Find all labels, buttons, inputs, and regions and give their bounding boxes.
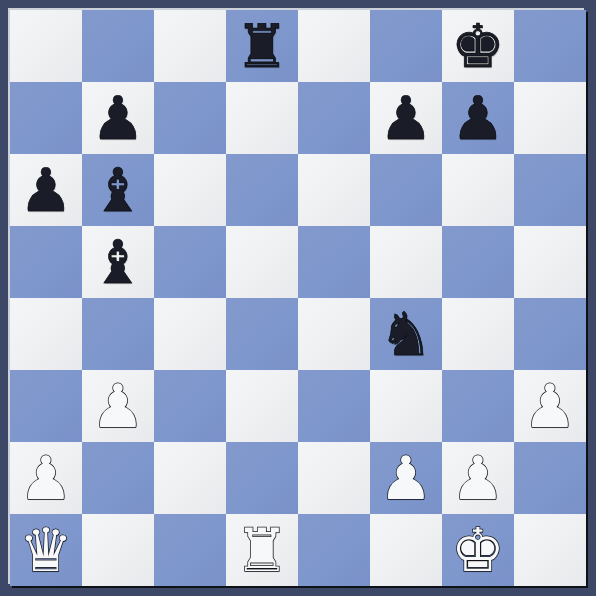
square-g1[interactable]: ♚ xyxy=(442,514,514,586)
piece-black-pawn-g7[interactable]: ♟ xyxy=(442,82,514,154)
piece-white-pawn-h3[interactable]: ♟ xyxy=(514,370,586,442)
square-g8[interactable]: ♚ xyxy=(442,10,514,82)
square-h2[interactable] xyxy=(514,442,586,514)
square-g2[interactable]: ♟ xyxy=(442,442,514,514)
square-a2[interactable]: ♟ xyxy=(10,442,82,514)
board-frame: ♜♚♟♟♟♟♝♝♞♟♟♟♟♟♛♜♚ xyxy=(0,0,596,596)
piece-white-pawn-b3[interactable]: ♟ xyxy=(82,370,154,442)
square-h7[interactable] xyxy=(514,82,586,154)
square-c3[interactable] xyxy=(154,370,226,442)
piece-black-bishop-b5[interactable]: ♝ xyxy=(82,226,154,298)
square-d8[interactable]: ♜ xyxy=(226,10,298,82)
square-e7[interactable] xyxy=(298,82,370,154)
square-a3[interactable] xyxy=(10,370,82,442)
square-f4[interactable]: ♞ xyxy=(370,298,442,370)
piece-black-rook-d8[interactable]: ♜ xyxy=(226,10,298,82)
square-e1[interactable] xyxy=(298,514,370,586)
square-e2[interactable] xyxy=(298,442,370,514)
square-c8[interactable] xyxy=(154,10,226,82)
square-e4[interactable] xyxy=(298,298,370,370)
square-e6[interactable] xyxy=(298,154,370,226)
square-b6[interactable]: ♝ xyxy=(82,154,154,226)
piece-white-rook-d1[interactable]: ♜ xyxy=(226,514,298,586)
square-h3[interactable]: ♟ xyxy=(514,370,586,442)
square-g3[interactable] xyxy=(442,370,514,442)
square-a7[interactable] xyxy=(10,82,82,154)
square-h4[interactable] xyxy=(514,298,586,370)
square-e5[interactable] xyxy=(298,226,370,298)
piece-black-bishop-b6[interactable]: ♝ xyxy=(82,154,154,226)
square-f3[interactable] xyxy=(370,370,442,442)
square-f1[interactable] xyxy=(370,514,442,586)
square-h6[interactable] xyxy=(514,154,586,226)
square-b4[interactable] xyxy=(82,298,154,370)
square-g5[interactable] xyxy=(442,226,514,298)
square-g6[interactable] xyxy=(442,154,514,226)
square-f7[interactable]: ♟ xyxy=(370,82,442,154)
square-g4[interactable] xyxy=(442,298,514,370)
square-c7[interactable] xyxy=(154,82,226,154)
piece-black-pawn-b7[interactable]: ♟ xyxy=(82,82,154,154)
square-d2[interactable] xyxy=(226,442,298,514)
piece-black-king-g8[interactable]: ♚ xyxy=(442,10,514,82)
piece-black-knight-f4[interactable]: ♞ xyxy=(370,298,442,370)
square-b8[interactable] xyxy=(82,10,154,82)
square-d6[interactable] xyxy=(226,154,298,226)
square-f6[interactable] xyxy=(370,154,442,226)
square-f8[interactable] xyxy=(370,10,442,82)
square-a6[interactable]: ♟ xyxy=(10,154,82,226)
square-d1[interactable]: ♜ xyxy=(226,514,298,586)
square-a1[interactable]: ♛ xyxy=(10,514,82,586)
square-h1[interactable] xyxy=(514,514,586,586)
piece-black-pawn-a6[interactable]: ♟ xyxy=(10,154,82,226)
square-a8[interactable] xyxy=(10,10,82,82)
square-b3[interactable]: ♟ xyxy=(82,370,154,442)
square-a4[interactable] xyxy=(10,298,82,370)
square-c4[interactable] xyxy=(154,298,226,370)
piece-black-pawn-f7[interactable]: ♟ xyxy=(370,82,442,154)
square-c1[interactable] xyxy=(154,514,226,586)
piece-white-queen-a1[interactable]: ♛ xyxy=(10,514,82,586)
piece-white-pawn-a2[interactable]: ♟ xyxy=(10,442,82,514)
piece-white-pawn-f2[interactable]: ♟ xyxy=(370,442,442,514)
square-d4[interactable] xyxy=(226,298,298,370)
square-h5[interactable] xyxy=(514,226,586,298)
square-c2[interactable] xyxy=(154,442,226,514)
square-b1[interactable] xyxy=(82,514,154,586)
square-g7[interactable]: ♟ xyxy=(442,82,514,154)
piece-white-pawn-g2[interactable]: ♟ xyxy=(442,442,514,514)
square-d7[interactable] xyxy=(226,82,298,154)
square-c5[interactable] xyxy=(154,226,226,298)
square-b2[interactable] xyxy=(82,442,154,514)
chess-board: ♜♚♟♟♟♟♝♝♞♟♟♟♟♟♛♜♚ xyxy=(10,10,586,586)
square-d5[interactable] xyxy=(226,226,298,298)
piece-white-king-g1[interactable]: ♚ xyxy=(442,514,514,586)
square-e3[interactable] xyxy=(298,370,370,442)
square-b7[interactable]: ♟ xyxy=(82,82,154,154)
square-a5[interactable] xyxy=(10,226,82,298)
square-f2[interactable]: ♟ xyxy=(370,442,442,514)
square-e8[interactable] xyxy=(298,10,370,82)
square-f5[interactable] xyxy=(370,226,442,298)
square-b5[interactable]: ♝ xyxy=(82,226,154,298)
square-c6[interactable] xyxy=(154,154,226,226)
square-h8[interactable] xyxy=(514,10,586,82)
square-d3[interactable] xyxy=(226,370,298,442)
